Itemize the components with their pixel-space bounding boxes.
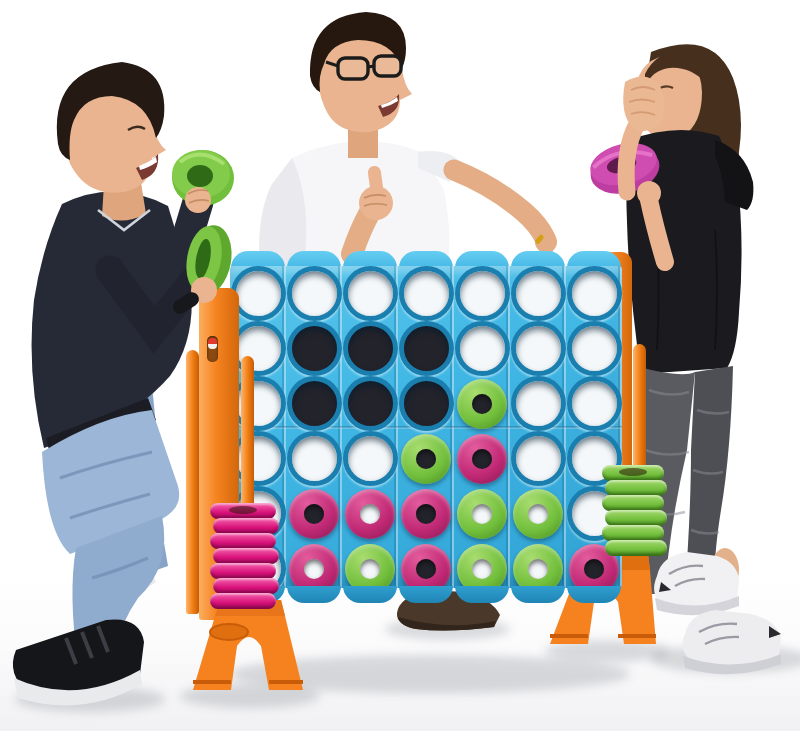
empty-hole	[287, 376, 342, 431]
green-ring-piece	[513, 489, 563, 539]
center-player-glasses-left-lens	[338, 58, 368, 79]
board-column-ribs	[230, 266, 622, 588]
green-ring-piece	[457, 379, 507, 429]
ring-center-hole	[416, 559, 436, 579]
ring-center-hole	[360, 504, 380, 524]
empty-hole	[287, 321, 342, 376]
ring-center-hole	[472, 394, 492, 414]
scallop-bump	[511, 586, 565, 603]
right-player-hand-over-nose	[623, 76, 664, 130]
cell-r2c4	[398, 321, 454, 376]
cell-r3c5	[454, 376, 510, 431]
cell-r1c4	[398, 266, 454, 321]
cell-r1c6	[510, 266, 566, 321]
empty-hole	[455, 266, 510, 321]
board-front	[230, 266, 622, 588]
center-player-left-arm	[454, 170, 545, 238]
cell-r4c2	[286, 431, 342, 486]
cell-r5c4	[398, 486, 454, 541]
green-ring-piece	[513, 544, 563, 594]
board-grid	[230, 266, 622, 588]
empty-hole	[511, 266, 566, 321]
empty-hole	[511, 321, 566, 376]
cell-r4c4	[398, 431, 454, 486]
ring-center-hole	[472, 449, 492, 469]
board-half-seam	[230, 426, 622, 429]
empty-hole	[399, 376, 454, 431]
cell-r2c5	[454, 321, 510, 376]
cell-r3c4	[398, 376, 454, 431]
empty-hole	[455, 321, 510, 376]
right-player-sneaker-back	[683, 610, 781, 674]
ring-center-hole	[304, 504, 324, 524]
magenta-ring-piece	[289, 489, 339, 539]
cell-r5c6	[510, 486, 566, 541]
empty-hole	[511, 376, 566, 431]
ring-center-hole	[528, 504, 548, 524]
cell-r1c3	[342, 266, 398, 321]
center-player-shoe	[388, 585, 508, 635]
right-player	[565, 30, 800, 702]
cell-r1c2	[286, 266, 342, 321]
empty-hole	[343, 321, 398, 376]
ring-center-hole	[360, 559, 380, 579]
cell-r3c3	[342, 376, 398, 431]
empty-hole	[343, 431, 398, 486]
right-player-sneaker-front	[654, 552, 739, 615]
left-player	[0, 38, 270, 728]
empty-hole	[287, 431, 342, 486]
ring-center-hole	[416, 449, 436, 469]
empty-hole	[343, 266, 398, 321]
ring-center-hole	[472, 559, 492, 579]
empty-hole	[343, 376, 398, 431]
cell-r2c6	[510, 321, 566, 376]
ring-center-hole	[472, 504, 492, 524]
cell-r1c5	[454, 266, 510, 321]
empty-hole	[399, 321, 454, 376]
magenta-ring-piece	[401, 489, 451, 539]
center-player	[252, 2, 562, 268]
ring-center-hole	[416, 504, 436, 524]
cell-r5c5	[454, 486, 510, 541]
cell-r3c2	[286, 376, 342, 431]
cell-r3c6	[510, 376, 566, 431]
magenta-ring-piece	[345, 489, 395, 539]
cell-r2c2	[286, 321, 342, 376]
right-player-left-hand	[637, 181, 661, 205]
ring-center-hole	[528, 559, 548, 579]
empty-hole	[399, 266, 454, 321]
magenta-ring-piece	[457, 434, 507, 484]
cell-r5c3	[342, 486, 398, 541]
green-ring-piece	[457, 489, 507, 539]
magenta-ring-piece	[289, 544, 339, 594]
cell-r5c2	[286, 486, 342, 541]
cell-r2c3	[342, 321, 398, 376]
center-player-glasses-right-lens	[374, 56, 401, 76]
ring-center-hole	[304, 559, 324, 579]
cell-r4c3	[342, 431, 398, 486]
cell-r6c6	[510, 541, 566, 596]
green-ring-piece	[401, 434, 451, 484]
product-photo-scene	[0, 0, 800, 731]
empty-hole	[511, 431, 566, 486]
scallop-bump	[287, 586, 341, 603]
cell-r4c5	[454, 431, 510, 486]
cell-r4c6	[510, 431, 566, 486]
empty-hole	[287, 266, 342, 321]
cell-r6c2	[286, 541, 342, 596]
